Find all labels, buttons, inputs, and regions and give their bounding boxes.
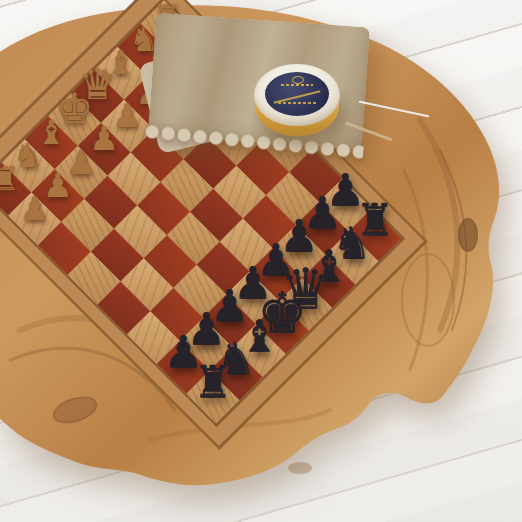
tin-label-text-line — [278, 102, 316, 104]
beeswax-tin-lid — [254, 64, 340, 126]
tin-label-text-line — [281, 84, 313, 86]
square[interactable]: ♜ — [186, 371, 239, 424]
black-rook[interactable]: ♜ — [192, 376, 234, 418]
tin-logo-mark — [292, 76, 304, 84]
chess-set-photo: ♜♟♟♜♞♟♟♞♝♟♟♝♛♟♟♛♚♟♟♚♝♟♟♝♞♟♟♞♜♟♟♜ — [0, 0, 522, 522]
beeswax-tin-label — [265, 72, 329, 116]
